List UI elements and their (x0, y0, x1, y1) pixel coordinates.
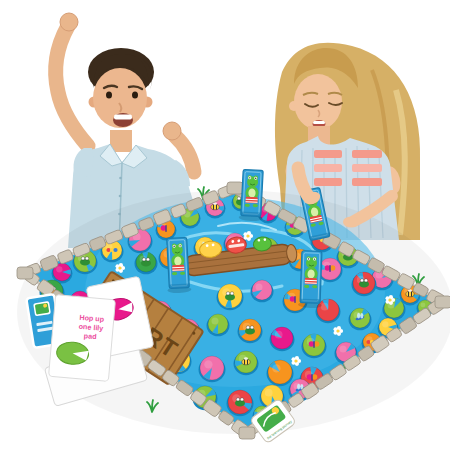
instruction-card: Hop up one lily pad (49, 295, 116, 382)
frog-standee (165, 237, 192, 293)
pad-dragonfly-wing (297, 384, 300, 390)
pad-frog-eye (250, 326, 253, 329)
path-stone-corner (17, 267, 33, 279)
boy-button (119, 177, 122, 180)
pad-bee-wing (244, 357, 248, 360)
boy-eye (132, 91, 138, 98)
pad-frog-eye (81, 257, 84, 260)
water-flower-center (388, 298, 391, 301)
lily-pad-highlight (265, 389, 273, 397)
water-flower-center (118, 266, 121, 269)
lily-pad-highlight (321, 303, 329, 311)
pad-frog-eye (142, 258, 145, 261)
pad-frog-eye (360, 279, 363, 282)
pad-bee (211, 204, 219, 210)
water-flower-center (246, 234, 249, 237)
pad-caterpillar (113, 248, 117, 252)
lily-pad-highlight (56, 266, 62, 272)
lily-pad-highlight (272, 364, 280, 372)
girl-teeth (313, 121, 325, 124)
path-stone-corner (239, 427, 255, 439)
pad-butterfly-body (313, 341, 315, 348)
frog-standee (298, 251, 324, 309)
pad-frog-eye (230, 292, 233, 295)
pad-frog-eye (236, 398, 239, 401)
boy-eye (106, 91, 112, 98)
lily-pad-highlight (340, 346, 347, 353)
pad-frog-eye (146, 258, 149, 261)
water-flower-center (294, 359, 297, 362)
pad-frog-eye (240, 398, 243, 401)
pad-frog-eye (364, 279, 367, 282)
girl-hand-on-board (343, 217, 359, 228)
lily-pad-highlight (256, 284, 263, 291)
pad-bee (406, 291, 414, 297)
lily-pad-highlight (212, 318, 219, 325)
pad-frog-eye (226, 292, 229, 295)
lily-pad-highlight (275, 331, 283, 339)
boy-button (119, 195, 122, 198)
lily-pad-highlight (204, 360, 212, 368)
pad-butterfly-body (329, 265, 331, 272)
water-flower-center (336, 329, 339, 332)
pad-frog-eye (246, 326, 249, 329)
boy-raised-arm (56, 26, 88, 146)
pad-butterfly-body (165, 225, 167, 232)
frog-standee (239, 169, 266, 221)
lily-pad-highlight (420, 302, 425, 307)
standee-base (300, 299, 320, 304)
pad-butterfly-body (294, 296, 296, 303)
boy-fist-right (163, 122, 181, 140)
pad-dragonfly-wing (360, 313, 363, 319)
instruction-line-3: pad (83, 331, 97, 341)
pad-butterfly-body (311, 374, 313, 381)
board-game-scene: START the learning journey (0, 0, 450, 450)
pad-dragonfly-wing (357, 313, 360, 319)
boy-fist-left (60, 13, 78, 31)
boy-teeth (114, 115, 132, 120)
path-stone-corner (435, 296, 450, 308)
path-stone-corner (227, 182, 243, 194)
photo-stage: START the learning journey (0, 0, 450, 450)
pad-bee (242, 359, 250, 365)
pad-frog-eye (85, 257, 88, 260)
lily-pad-highlight (382, 321, 388, 327)
